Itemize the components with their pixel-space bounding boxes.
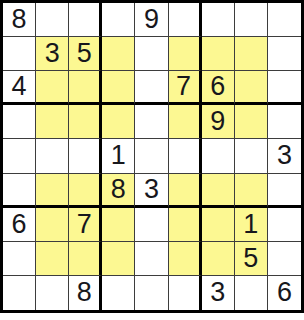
cell-r4c7[interactable]: 9 [202, 105, 235, 139]
cell-r2c4[interactable] [102, 37, 135, 71]
cell-r9c2[interactable] [36, 276, 69, 310]
cell-r5c5[interactable] [135, 139, 168, 173]
cell-r1c8[interactable] [235, 3, 268, 37]
cell-r6c5[interactable]: 3 [135, 174, 168, 208]
cell-r7c7[interactable] [202, 208, 235, 242]
cell-r2c6[interactable] [169, 37, 202, 71]
cell-r6c9[interactable] [268, 174, 301, 208]
cell-r6c6[interactable] [169, 174, 202, 208]
cell-r9c3[interactable]: 8 [69, 276, 102, 310]
cell-r5c4[interactable]: 1 [102, 139, 135, 173]
cell-r5c6[interactable] [169, 139, 202, 173]
cell-r5c8[interactable] [235, 139, 268, 173]
cell-r2c3[interactable]: 5 [69, 37, 102, 71]
cell-r4c6[interactable] [169, 105, 202, 139]
cell-r3c7[interactable]: 6 [202, 71, 235, 105]
cell-r4c8[interactable] [235, 105, 268, 139]
cell-r7c4[interactable] [102, 208, 135, 242]
cell-r7c6[interactable] [169, 208, 202, 242]
cell-r4c4[interactable] [102, 105, 135, 139]
cell-r1c3[interactable] [69, 3, 102, 37]
cell-r3c8[interactable] [235, 71, 268, 105]
cell-r8c5[interactable] [135, 242, 168, 276]
cell-r8c3[interactable] [69, 242, 102, 276]
cell-r4c9[interactable] [268, 105, 301, 139]
cell-r8c8[interactable]: 5 [235, 242, 268, 276]
cell-r6c3[interactable] [69, 174, 102, 208]
cell-r9c9[interactable]: 6 [268, 276, 301, 310]
cell-r8c7[interactable] [202, 242, 235, 276]
cell-r6c2[interactable] [36, 174, 69, 208]
cell-r4c1[interactable] [3, 105, 36, 139]
sudoku-screenshot: { "game": "sudoku", "variant": "hypersud… [0, 0, 304, 320]
cell-r8c6[interactable] [169, 242, 202, 276]
cell-r2c1[interactable] [3, 37, 36, 71]
cell-r6c1[interactable] [3, 174, 36, 208]
cell-r6c8[interactable] [235, 174, 268, 208]
cell-r7c5[interactable] [135, 208, 168, 242]
cell-r3c1[interactable]: 4 [3, 71, 36, 105]
cell-r7c8[interactable]: 1 [235, 208, 268, 242]
cell-r7c1[interactable]: 6 [3, 208, 36, 242]
cell-r8c1[interactable] [3, 242, 36, 276]
cell-r3c4[interactable] [102, 71, 135, 105]
cell-r2c9[interactable] [268, 37, 301, 71]
cell-r3c9[interactable] [268, 71, 301, 105]
cell-r9c8[interactable] [235, 276, 268, 310]
cell-r9c4[interactable] [102, 276, 135, 310]
cell-r8c2[interactable] [36, 242, 69, 276]
cell-r3c2[interactable] [36, 71, 69, 105]
cell-r9c1[interactable] [3, 276, 36, 310]
cell-r3c6[interactable]: 7 [169, 71, 202, 105]
cell-r7c2[interactable] [36, 208, 69, 242]
cell-r1c6[interactable] [169, 3, 202, 37]
cell-r5c7[interactable] [202, 139, 235, 173]
cell-r1c2[interactable] [36, 3, 69, 37]
cell-r4c3[interactable] [69, 105, 102, 139]
cell-r2c2[interactable]: 3 [36, 37, 69, 71]
cell-r9c7[interactable]: 3 [202, 276, 235, 310]
cell-r3c3[interactable] [69, 71, 102, 105]
cell-r1c7[interactable] [202, 3, 235, 37]
sudoku-board: 8935476913836715836 [0, 0, 304, 313]
cell-r3c5[interactable] [135, 71, 168, 105]
cell-r2c7[interactable] [202, 37, 235, 71]
cell-r6c7[interactable] [202, 174, 235, 208]
cell-r2c5[interactable] [135, 37, 168, 71]
cell-r5c9[interactable]: 3 [268, 139, 301, 173]
cell-r2c8[interactable] [235, 37, 268, 71]
cell-r5c1[interactable] [3, 139, 36, 173]
cell-r7c3[interactable]: 7 [69, 208, 102, 242]
cell-r8c9[interactable] [268, 242, 301, 276]
cell-r9c6[interactable] [169, 276, 202, 310]
cell-r5c3[interactable] [69, 139, 102, 173]
cell-r7c9[interactable] [268, 208, 301, 242]
cell-r1c1[interactable]: 8 [3, 3, 36, 37]
cell-r8c4[interactable] [102, 242, 135, 276]
cell-r1c5[interactable]: 9 [135, 3, 168, 37]
cell-r4c2[interactable] [36, 105, 69, 139]
cell-r1c9[interactable] [268, 3, 301, 37]
cell-r4c5[interactable] [135, 105, 168, 139]
cell-r6c4[interactable]: 8 [102, 174, 135, 208]
cell-r9c5[interactable] [135, 276, 168, 310]
cell-r5c2[interactable] [36, 139, 69, 173]
cell-r1c4[interactable] [102, 3, 135, 37]
